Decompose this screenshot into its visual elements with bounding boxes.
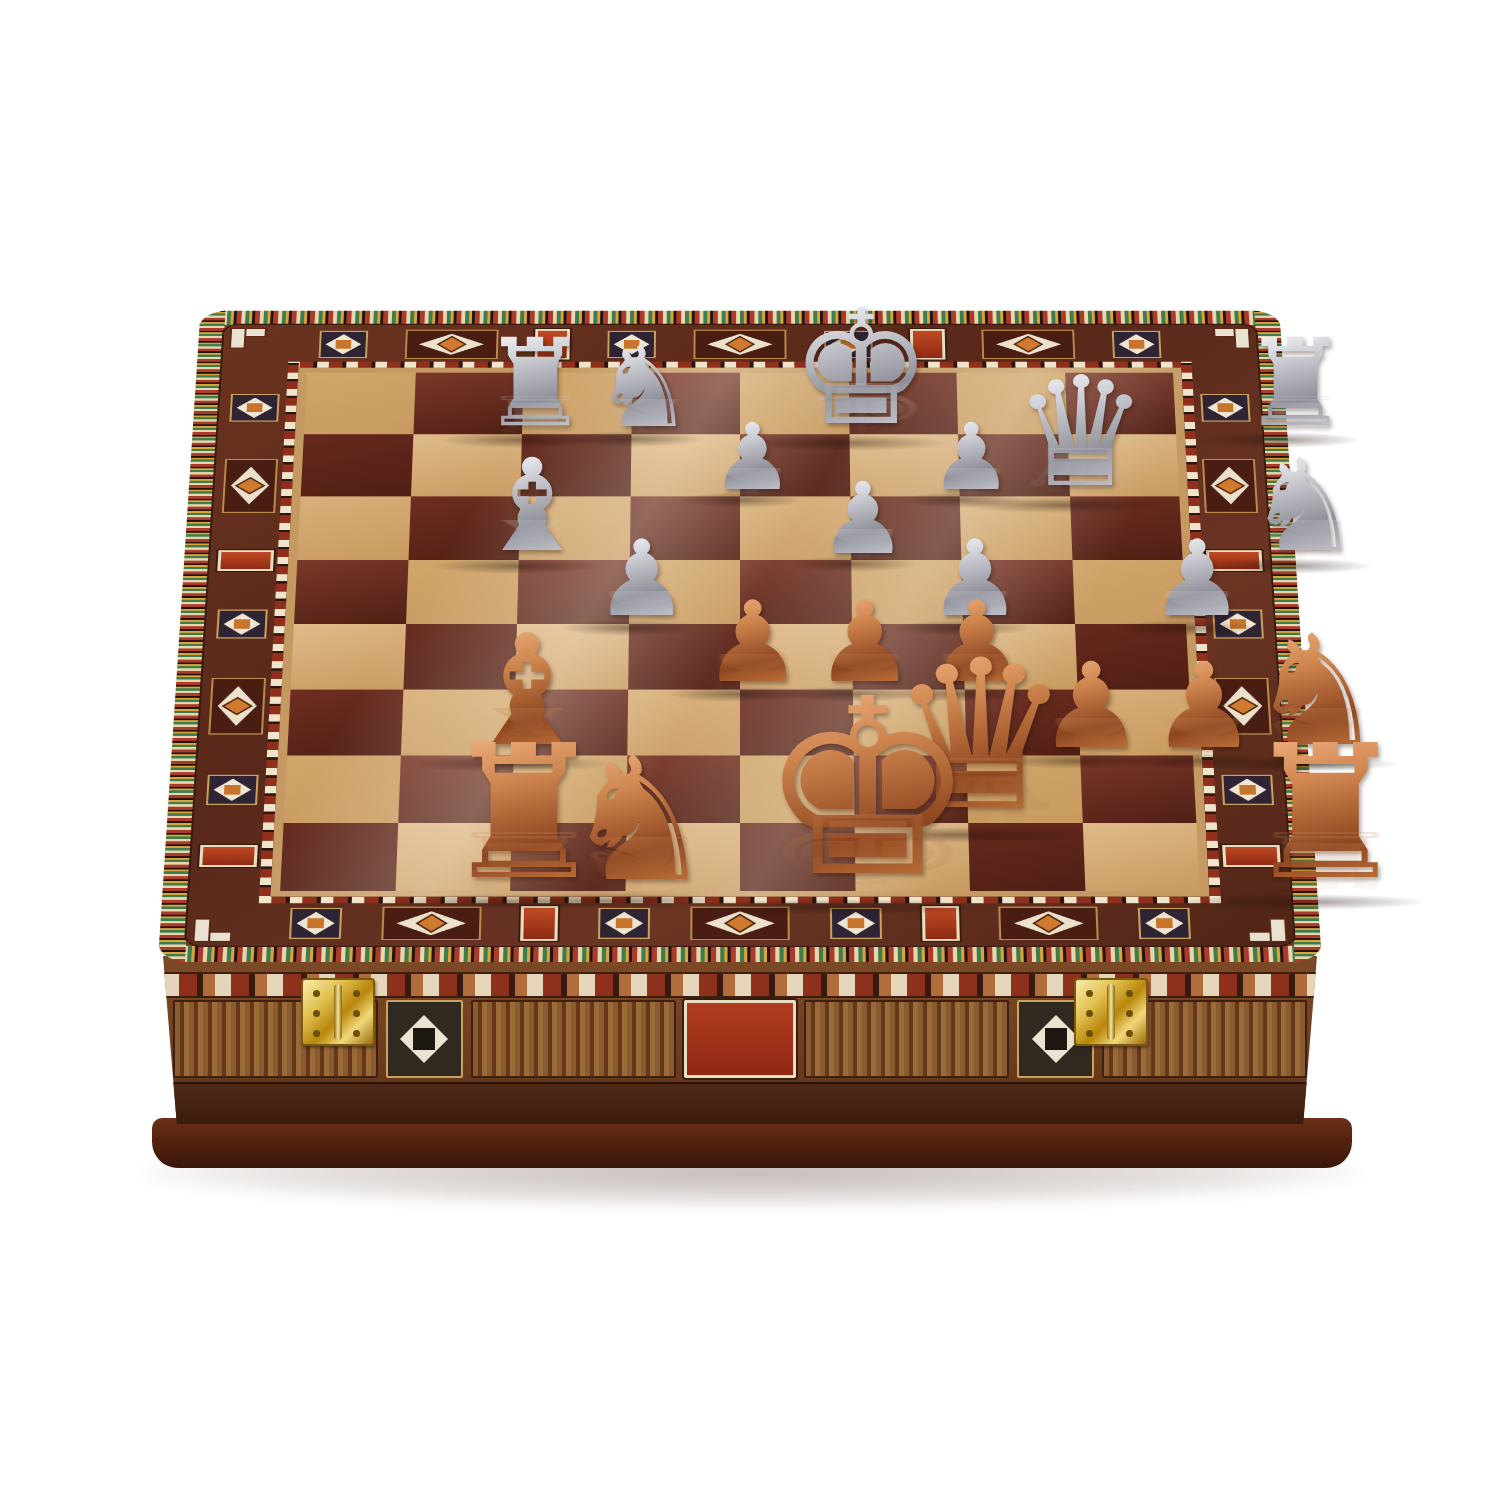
piece-reflection: ♟ — [711, 461, 793, 500]
star-inlay-tile — [386, 1000, 464, 1078]
piece-reflection: ♚ — [790, 374, 933, 441]
square-a2[interactable] — [284, 755, 401, 822]
square-a7[interactable] — [301, 434, 413, 496]
square-a6[interactable] — [297, 496, 410, 559]
piece-silver-king-d8[interactable]: ♚♚ — [790, 288, 933, 447]
piece-copper-king-d1[interactable]: ♚♚ — [758, 667, 977, 911]
piece-reflection: ♞ — [562, 826, 715, 898]
square-h1[interactable] — [1082, 823, 1200, 891]
piece-silver-knight-b8[interactable]: ♞♞ — [594, 331, 694, 443]
box-base-molding — [152, 1118, 1352, 1168]
piece-reflection: ♟ — [818, 522, 907, 564]
square-a5[interactable] — [294, 560, 408, 624]
piece-silver-pawn-b5[interactable]: ♟♟ — [595, 527, 689, 632]
star-motif — [289, 908, 342, 939]
rope-trim-back — [200, 311, 1281, 325]
piece-reflection: ♟ — [1151, 711, 1257, 761]
square-a8[interactable] — [304, 373, 415, 434]
star-motif — [229, 394, 279, 422]
piece-silver-pawn-c7[interactable]: ♟♟ — [711, 412, 793, 504]
red-inlay-panel — [684, 1000, 797, 1078]
piece-copper-knight-b1[interactable]: ♞♞ — [562, 734, 715, 905]
wood-grain-panel — [471, 1000, 676, 1078]
box-face-bottom-edge — [163, 1082, 1317, 1124]
red-bar-motif — [217, 550, 274, 571]
piece-reflection: ♞ — [1246, 511, 1361, 565]
star-motif — [1138, 908, 1191, 939]
brass-hinge-right[interactable] — [1074, 978, 1148, 1046]
piece-silver-pawn-e7[interactable]: ♟♟ — [930, 412, 1012, 504]
piece-reflection: ♚ — [758, 798, 977, 900]
star-motif — [216, 610, 268, 639]
brass-hinge-left[interactable] — [301, 978, 375, 1046]
diamond-eye-motif — [208, 678, 266, 735]
mother-of-pearl-corner-motif — [195, 916, 238, 941]
square-a1[interactable] — [280, 823, 398, 891]
diamond-eye-motif — [222, 459, 278, 513]
piece-reflection: ♟ — [595, 584, 689, 628]
diamond-eye-motif — [999, 907, 1100, 941]
piece-reflection: ♞ — [594, 391, 694, 438]
piece-reflection: ♟ — [1150, 584, 1244, 628]
star-motif — [318, 331, 368, 358]
square-a3[interactable] — [287, 689, 403, 755]
piece-copper-rook-h1[interactable]: ♜♜ — [1243, 721, 1409, 906]
piece-silver-pawn-d6[interactable]: ♟♟ — [818, 469, 907, 568]
piece-silver-pawn-g5[interactable]: ♟♟ — [1150, 527, 1244, 632]
diamond-eye-motif — [693, 330, 786, 359]
piece-silver-queen-f7[interactable]: ♛♛ — [1013, 357, 1149, 509]
piece-reflection: ♝ — [475, 511, 590, 565]
square-a4[interactable] — [291, 624, 406, 689]
piece-reflection: ♛ — [1013, 439, 1149, 503]
piece-reflection: ♜ — [1243, 821, 1409, 899]
piece-silver-bishop-a6[interactable]: ♝♝ — [475, 442, 590, 570]
rope-trim-front — [158, 946, 1322, 962]
red-bar-motif — [199, 845, 258, 867]
piece-copper-pawn-g3[interactable]: ♟♟ — [1151, 647, 1257, 765]
star-motif — [206, 774, 259, 804]
piece-silver-rook-h8[interactable]: ♜♜ — [1241, 323, 1349, 444]
wood-grain-panel — [804, 1000, 1009, 1078]
piece-reflection: ♟ — [930, 461, 1012, 500]
mother-of-pearl-corner-motif — [231, 329, 271, 351]
piece-silver-rook-a8[interactable]: ♜♜ — [481, 323, 589, 444]
piece-silver-knight-h6[interactable]: ♞♞ — [1246, 442, 1361, 570]
product-photo-chess-set: ♜♜♞♞♚♚♜♜♟♟♟♟♛♛♝♝♟♟♞♞♟♟♟♟♟♟♟♟♟♟♟♟♝♝♟♟♟♟♞♞… — [0, 0, 1500, 1500]
